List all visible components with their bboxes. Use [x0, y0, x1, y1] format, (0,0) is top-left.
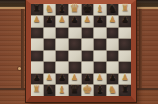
piece-light-pawn[interactable]: ♟ [46, 74, 53, 82]
piece-light-pawn[interactable]: ♟ [58, 16, 65, 24]
square-a8[interactable]: ♜ [31, 4, 43, 15]
piece-light-bishop[interactable]: ♝ [58, 85, 67, 95]
square-g8[interactable]: ♞ [107, 4, 119, 15]
square-e3[interactable] [82, 62, 94, 73]
square-d6[interactable] [69, 28, 81, 39]
square-f4[interactable] [94, 51, 106, 62]
piece-light-pawn[interactable]: ♟ [33, 16, 40, 24]
square-a2[interactable]: ♟ [31, 74, 43, 85]
square-f5[interactable] [94, 39, 106, 50]
square-e8[interactable]: ♚ [82, 4, 94, 15]
square-c2[interactable]: ♟ [56, 74, 68, 85]
square-g2[interactable]: ♟ [107, 74, 119, 85]
piece-dark-pawn[interactable]: ♟ [84, 74, 91, 82]
square-h4[interactable] [119, 51, 131, 62]
table-plank-groove-left [21, 9, 24, 88]
piece-light-pawn[interactable]: ♟ [96, 74, 103, 82]
square-e4[interactable] [82, 51, 94, 62]
square-h6[interactable] [119, 28, 131, 39]
piece-light-knight[interactable]: ♞ [108, 85, 117, 95]
piece-dark-rook[interactable]: ♜ [33, 4, 41, 13]
piece-dark-pawn[interactable]: ♟ [58, 74, 65, 82]
piece-light-pawn[interactable]: ♟ [71, 74, 78, 82]
square-g3[interactable] [107, 62, 119, 73]
piece-light-rook[interactable]: ♜ [121, 4, 129, 13]
square-b7[interactable]: ♟ [44, 16, 56, 27]
square-b2[interactable]: ♟ [44, 74, 56, 85]
square-c3[interactable] [56, 62, 68, 73]
piece-light-rook[interactable]: ♜ [33, 85, 41, 94]
square-c8[interactable]: ♝ [56, 4, 68, 15]
square-c6[interactable] [56, 28, 68, 39]
square-b3[interactable] [44, 62, 56, 73]
square-b5[interactable] [44, 39, 56, 50]
square-c5[interactable] [56, 39, 68, 50]
piece-light-pawn[interactable]: ♟ [84, 16, 91, 24]
square-e7[interactable]: ♟ [82, 16, 94, 27]
square-f3[interactable] [94, 62, 106, 73]
piece-light-pawn[interactable]: ♟ [122, 74, 129, 82]
square-b4[interactable] [44, 51, 56, 62]
square-f2[interactable]: ♟ [94, 74, 106, 85]
square-f6[interactable] [94, 28, 106, 39]
square-h7[interactable]: ♟ [119, 16, 131, 27]
piece-light-king[interactable]: ♚ [82, 84, 92, 95]
square-d3[interactable] [69, 62, 81, 73]
square-d8[interactable]: ♛ [69, 4, 81, 15]
square-h5[interactable] [119, 39, 131, 50]
piece-dark-pawn[interactable]: ♟ [46, 16, 53, 24]
square-d1[interactable]: ♛ [69, 85, 81, 96]
piece-dark-pawn[interactable]: ♟ [96, 16, 103, 24]
square-c7[interactable]: ♟ [56, 16, 68, 27]
piece-dark-pawn[interactable]: ♟ [109, 74, 116, 82]
table-screw-detail [18, 67, 21, 70]
square-e1[interactable]: ♚ [82, 85, 94, 96]
piece-dark-queen[interactable]: ♛ [70, 84, 80, 95]
piece-light-bishop[interactable]: ♝ [95, 4, 104, 14]
board-grid: ♜♞♝♛♚♝♞♜♟♟♟♟♟♟♟♟♟♟♟♟♟♟♟♟♜♞♝♛♚♝♞♜ [31, 4, 131, 96]
square-a3[interactable] [31, 62, 43, 73]
square-a5[interactable] [31, 39, 43, 50]
square-b8[interactable]: ♞ [44, 4, 56, 15]
piece-dark-pawn[interactable]: ♟ [122, 16, 129, 24]
piece-dark-bishop[interactable]: ♝ [58, 4, 67, 14]
square-c4[interactable] [56, 51, 68, 62]
square-e5[interactable] [82, 39, 94, 50]
square-g7[interactable]: ♟ [107, 16, 119, 27]
square-g5[interactable] [107, 39, 119, 50]
piece-light-pawn[interactable]: ♟ [109, 16, 116, 24]
square-c1[interactable]: ♝ [56, 85, 68, 96]
photo-chess-set-on-table: ♜♞♝♛♚♝♞♜♟♟♟♟♟♟♟♟♟♟♟♟♟♟♟♟♜♞♝♛♚♝♞♜ [0, 0, 158, 104]
square-h2[interactable]: ♟ [119, 74, 131, 85]
square-d5[interactable] [69, 39, 81, 50]
piece-dark-knight[interactable]: ♞ [45, 85, 54, 95]
square-g1[interactable]: ♞ [107, 85, 119, 96]
square-a7[interactable]: ♟ [31, 16, 43, 27]
square-b6[interactable] [44, 28, 56, 39]
piece-dark-rook[interactable]: ♜ [121, 85, 129, 94]
square-a6[interactable] [31, 28, 43, 39]
square-a4[interactable] [31, 51, 43, 62]
table-plank-groove-right [139, 9, 142, 88]
piece-light-queen[interactable]: ♛ [70, 3, 80, 14]
piece-light-knight[interactable]: ♞ [45, 4, 54, 14]
piece-dark-bishop[interactable]: ♝ [95, 85, 104, 95]
piece-dark-knight[interactable]: ♞ [108, 4, 117, 14]
square-h3[interactable] [119, 62, 131, 73]
chess-board: ♜♞♝♛♚♝♞♜♟♟♟♟♟♟♟♟♟♟♟♟♟♟♟♟♜♞♝♛♚♝♞♜ [26, 0, 136, 102]
square-g6[interactable] [107, 28, 119, 39]
square-f8[interactable]: ♝ [94, 4, 106, 15]
square-h8[interactable]: ♜ [119, 4, 131, 15]
piece-dark-pawn[interactable]: ♟ [71, 16, 78, 24]
square-g4[interactable] [107, 51, 119, 62]
piece-dark-pawn[interactable]: ♟ [33, 74, 40, 82]
square-a1[interactable]: ♜ [31, 85, 43, 96]
square-f7[interactable]: ♟ [94, 16, 106, 27]
square-e6[interactable] [82, 28, 94, 39]
square-d7[interactable]: ♟ [69, 16, 81, 27]
piece-dark-king[interactable]: ♚ [82, 3, 92, 14]
square-f1[interactable]: ♝ [94, 85, 106, 96]
square-d4[interactable] [69, 51, 81, 62]
square-b1[interactable]: ♞ [44, 85, 56, 96]
square-h1[interactable]: ♜ [119, 85, 131, 96]
